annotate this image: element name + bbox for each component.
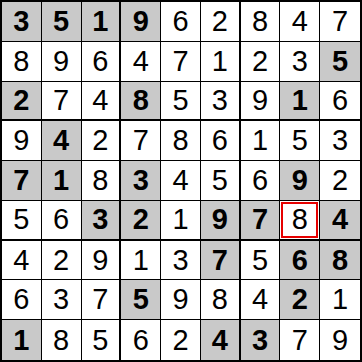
cell-r4c1[interactable]: 9 — [2, 121, 42, 161]
cell-r2c6[interactable]: 1 — [201, 42, 241, 82]
cell-r9c9[interactable]: 9 — [320, 320, 360, 360]
cell-r3c6[interactable]: 3 — [201, 82, 241, 122]
cell-r5c7[interactable]: 6 — [241, 161, 281, 201]
cell-r5c5[interactable]: 4 — [161, 161, 201, 201]
cell-r8c7[interactable]: 4 — [241, 280, 281, 320]
cell-r1c5[interactable]: 6 — [161, 2, 201, 42]
cell-r1c7[interactable]: 8 — [241, 2, 281, 42]
cell-r1c6[interactable]: 2 — [201, 2, 241, 42]
cell-r1c3[interactable]: 1 — [82, 2, 122, 42]
cell-r7c3[interactable]: 9 — [82, 241, 122, 281]
cell-r3c4[interactable]: 8 — [121, 82, 161, 122]
cell-r4c3[interactable]: 2 — [82, 121, 122, 161]
cell-r2c5[interactable]: 7 — [161, 42, 201, 82]
cell-r9c3[interactable]: 5 — [82, 320, 122, 360]
cell-r9c6[interactable]: 4 — [201, 320, 241, 360]
cell-r4c7[interactable]: 1 — [241, 121, 281, 161]
cell-r5c6[interactable]: 5 — [201, 161, 241, 201]
cell-r5c3[interactable]: 8 — [82, 161, 122, 201]
cell-r6c9[interactable]: 4 — [320, 201, 360, 241]
cell-r5c1[interactable]: 7 — [2, 161, 42, 201]
cell-r6c3[interactable]: 3 — [82, 201, 122, 241]
cell-r7c4[interactable]: 1 — [121, 241, 161, 281]
cell-r5c9[interactable]: 2 — [320, 161, 360, 201]
cell-r3c8[interactable]: 1 — [280, 82, 320, 122]
cell-r8c2[interactable]: 3 — [42, 280, 82, 320]
cell-r2c8[interactable]: 3 — [280, 42, 320, 82]
cell-r7c8[interactable]: 6 — [280, 241, 320, 281]
cell-r2c2[interactable]: 9 — [42, 42, 82, 82]
cell-r3c1[interactable]: 2 — [2, 82, 42, 122]
cell-r4c9[interactable]: 3 — [320, 121, 360, 161]
cell-r9c2[interactable]: 8 — [42, 320, 82, 360]
cell-r2c9[interactable]: 5 — [320, 42, 360, 82]
cell-r6c6[interactable]: 9 — [201, 201, 241, 241]
cell-r7c6[interactable]: 7 — [201, 241, 241, 281]
cell-r3c5[interactable]: 5 — [161, 82, 201, 122]
cell-r2c1[interactable]: 8 — [2, 42, 42, 82]
cell-r3c9[interactable]: 6 — [320, 82, 360, 122]
cell-r6c4[interactable]: 2 — [121, 201, 161, 241]
cell-r7c5[interactable]: 3 — [161, 241, 201, 281]
cell-r3c3[interactable]: 4 — [82, 82, 122, 122]
cell-r7c7[interactable]: 5 — [241, 241, 281, 281]
cell-r1c4[interactable]: 9 — [121, 2, 161, 42]
cell-r5c4[interactable]: 3 — [121, 161, 161, 201]
cell-r6c8[interactable]: 8 — [280, 201, 320, 241]
cell-r8c6[interactable]: 8 — [201, 280, 241, 320]
cell-r2c4[interactable]: 4 — [121, 42, 161, 82]
cell-r7c9[interactable]: 8 — [320, 241, 360, 281]
cell-r4c2[interactable]: 4 — [42, 121, 82, 161]
cell-r7c1[interactable]: 4 — [2, 241, 42, 281]
cell-r6c1[interactable]: 5 — [2, 201, 42, 241]
cell-r8c9[interactable]: 1 — [320, 280, 360, 320]
cell-r9c1[interactable]: 1 — [2, 320, 42, 360]
cell-r6c5[interactable]: 1 — [161, 201, 201, 241]
cell-r6c2[interactable]: 6 — [42, 201, 82, 241]
cell-r2c7[interactable]: 2 — [241, 42, 281, 82]
cell-r8c5[interactable]: 9 — [161, 280, 201, 320]
cell-r3c7[interactable]: 9 — [241, 82, 281, 122]
cell-r4c4[interactable]: 7 — [121, 121, 161, 161]
cell-r8c1[interactable]: 6 — [2, 280, 42, 320]
cell-r5c8[interactable]: 9 — [280, 161, 320, 201]
cell-r4c6[interactable]: 6 — [201, 121, 241, 161]
cell-r8c8[interactable]: 2 — [280, 280, 320, 320]
cell-r8c3[interactable]: 7 — [82, 280, 122, 320]
cell-r9c4[interactable]: 6 — [121, 320, 161, 360]
cell-r9c7[interactable]: 3 — [241, 320, 281, 360]
cell-r8c4[interactable]: 5 — [121, 280, 161, 320]
sudoku-board: 3519628478964712352748539169427861537183… — [0, 0, 362, 362]
cell-r6c7[interactable]: 7 — [241, 201, 281, 241]
cell-r1c2[interactable]: 5 — [42, 2, 82, 42]
cell-r5c2[interactable]: 1 — [42, 161, 82, 201]
cell-r2c3[interactable]: 6 — [82, 42, 122, 82]
cell-r3c2[interactable]: 7 — [42, 82, 82, 122]
cell-r4c8[interactable]: 5 — [280, 121, 320, 161]
cell-r1c9[interactable]: 7 — [320, 2, 360, 42]
cell-r7c2[interactable]: 2 — [42, 241, 82, 281]
cell-r9c8[interactable]: 7 — [280, 320, 320, 360]
cell-r4c5[interactable]: 8 — [161, 121, 201, 161]
cell-r1c8[interactable]: 4 — [280, 2, 320, 42]
cell-r1c1[interactable]: 3 — [2, 2, 42, 42]
cell-r9c5[interactable]: 2 — [161, 320, 201, 360]
